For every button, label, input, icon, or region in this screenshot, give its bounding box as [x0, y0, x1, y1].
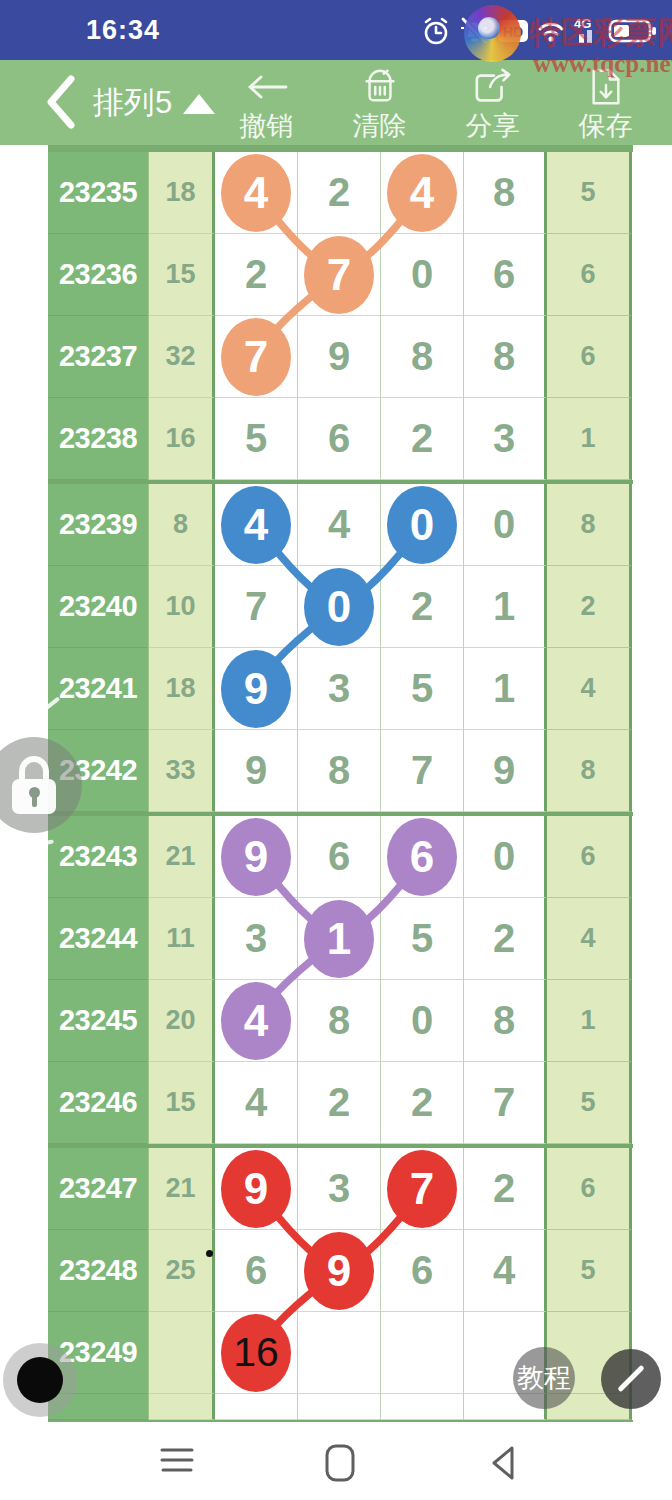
digit-value: 2 — [493, 1166, 515, 1211]
undo-label: 撤销 — [240, 108, 294, 144]
pencil-icon — [617, 1365, 645, 1393]
clock: 16:34 — [86, 15, 160, 46]
digit-cell[interactable]: 1 — [464, 648, 547, 730]
table-top-border — [48, 145, 633, 152]
digit-cell[interactable]: 0 — [464, 816, 547, 898]
digit-cell[interactable]: 7 — [381, 730, 464, 812]
period-cell: 23236 — [48, 234, 148, 316]
digit-cell[interactable]: 9 — [215, 648, 298, 730]
svg-text:4G: 4G — [574, 16, 591, 31]
svg-text:HD: HD — [503, 24, 523, 40]
battery-icon — [608, 16, 658, 46]
digit-cell[interactable]: 4 — [215, 484, 298, 566]
digit-cell[interactable] — [381, 1394, 464, 1420]
digit-value: 0 — [493, 834, 515, 879]
period-cell: 23241 — [48, 648, 148, 730]
digit-value: 9 — [327, 1246, 351, 1296]
digit-cell[interactable]: 9 — [215, 816, 298, 898]
digit-value: 6 — [493, 252, 515, 297]
tail-cell: 4 — [547, 898, 632, 980]
digit-value: 4 — [410, 168, 434, 218]
digit-cell[interactable]: 0 — [464, 484, 547, 566]
back-triangle-icon[interactable] — [487, 1444, 517, 1486]
period-cell: 23247 — [48, 1148, 148, 1230]
phone-screen: 16:34 HD 4G — [0, 0, 672, 1500]
digit-cell[interactable] — [298, 1312, 381, 1394]
digit-cell[interactable]: 4 — [464, 1230, 547, 1312]
digit-cell[interactable]: 9 — [298, 1230, 381, 1312]
digit-value: 5 — [411, 916, 433, 961]
digit-value: 7 — [410, 1164, 434, 1214]
digit-cell[interactable]: 2 — [381, 398, 464, 480]
digit-value: 1 — [493, 666, 515, 711]
sum-cell: 15 — [148, 1062, 215, 1144]
period-cell: 23248 — [48, 1230, 148, 1312]
home-square-icon[interactable] — [324, 1444, 356, 1486]
digit-cell[interactable]: 6 — [298, 398, 381, 480]
digit-cell[interactable]: 2 — [298, 152, 381, 234]
sum-cell — [148, 1394, 215, 1420]
digit-value: 6 — [328, 416, 350, 461]
digit-cell[interactable]: 8 — [381, 316, 464, 398]
table-row: 232373279886 — [48, 316, 633, 398]
digit-cell[interactable]: 4 — [215, 152, 298, 234]
digit-value: 4 — [244, 168, 268, 218]
period-cell: 23245 — [48, 980, 148, 1062]
sum-cell — [148, 1312, 215, 1394]
digit-cell[interactable]: 3 — [464, 398, 547, 480]
undo-button[interactable]: 撤销 — [210, 60, 323, 145]
digit-cell[interactable]: 8 — [298, 730, 381, 812]
alarm-icon — [421, 15, 451, 47]
digit-cell[interactable] — [215, 1394, 298, 1420]
signal-4g-icon: 4G — [573, 16, 601, 46]
sum-cell: 18 — [148, 152, 215, 234]
sum-cell: 8 — [148, 484, 215, 566]
game-title[interactable]: 排列5 — [93, 82, 172, 124]
digit-cell[interactable]: 7 — [215, 566, 298, 648]
digit-value: 0 — [493, 502, 515, 547]
digit-cell[interactable]: 0 — [381, 234, 464, 316]
table-row: 232381656231 — [48, 398, 633, 480]
status-icons: HD 4G — [421, 14, 658, 48]
period-cell: 23243 — [48, 816, 148, 898]
status-bar: 16:34 HD 4G — [0, 0, 672, 60]
table-row: 232482569645 — [48, 1230, 633, 1312]
digit-cell[interactable]: 6 — [464, 234, 547, 316]
digit-cell[interactable]: 2 — [215, 234, 298, 316]
save-button[interactable]: 保存 — [549, 60, 662, 145]
save-label: 保存 — [579, 108, 633, 144]
digit-cell[interactable]: 2 — [298, 1062, 381, 1144]
digit-value: 2 — [245, 252, 267, 297]
period-cell: 23246 — [48, 1062, 148, 1144]
digit-value: 2 — [411, 416, 433, 461]
digit-cell[interactable]: 2 — [381, 1062, 464, 1144]
table-row: 232361527066 — [48, 234, 633, 316]
table-row: 232423398798 — [48, 730, 633, 812]
share-icon — [472, 68, 514, 106]
clear-button[interactable]: 清除 — [323, 60, 436, 145]
digit-value: 3 — [328, 1166, 350, 1211]
sum-cell: 10 — [148, 566, 215, 648]
tail-cell: 6 — [547, 816, 632, 898]
table-row: 232461542275 — [48, 1062, 633, 1144]
tail-cell: 1 — [547, 398, 632, 480]
digit-value: 2 — [411, 1080, 433, 1125]
digit-cell[interactable]: 6 — [298, 816, 381, 898]
ink-dot — [206, 1250, 213, 1257]
digit-value: 7 — [327, 250, 351, 300]
digit-value: 3 — [493, 416, 515, 461]
digit-cell[interactable]: 8 — [464, 152, 547, 234]
digit-value: 1 — [327, 914, 351, 964]
digit-value: 3 — [328, 666, 350, 711]
sum-cell: 15 — [148, 234, 215, 316]
digit-cell[interactable]: 7 — [464, 1062, 547, 1144]
digit-cell[interactable]: 2 — [464, 898, 547, 980]
table-row: 232432196606 — [48, 816, 633, 898]
digit-cell[interactable]: 9 — [215, 730, 298, 812]
digit-value: 16 — [233, 1329, 279, 1376]
clear-label: 清除 — [353, 108, 407, 144]
digit-cell[interactable]: 4 — [215, 980, 298, 1062]
tail-cell: 6 — [547, 316, 632, 398]
sum-cell: 16 — [148, 398, 215, 480]
digit-cell[interactable]: 0 — [298, 566, 381, 648]
table-row: 23239844008 — [48, 484, 633, 566]
menu-icon[interactable] — [159, 1444, 195, 1480]
digit-value: 8 — [328, 748, 350, 793]
digit-value: 2 — [328, 1080, 350, 1125]
tail-cell: 6 — [547, 1148, 632, 1230]
digit-value: 6 — [410, 832, 434, 882]
digit-value: 4 — [245, 1080, 267, 1125]
sum-cell: 21 — [148, 1148, 215, 1230]
digit-cell[interactable] — [381, 1312, 464, 1394]
trend-table: 2323518424852323615270662323732798862323… — [48, 145, 633, 1422]
digit-cell[interactable]: 8 — [298, 980, 381, 1062]
tail-cell: 5 — [547, 1062, 632, 1144]
period-cell: 23239 — [48, 484, 148, 566]
back-button[interactable] — [44, 74, 78, 130]
table-row: 232401070212 — [48, 566, 633, 648]
table-row: 232441131524 — [48, 898, 633, 980]
table-row: 232411893514 — [48, 648, 633, 730]
digit-value: 4 — [244, 500, 268, 550]
table-row: 232452048081 — [48, 980, 633, 1062]
digit-value: 8 — [493, 998, 515, 1043]
digit-cell[interactable]: 3 — [298, 648, 381, 730]
digit-value: 4 — [493, 1248, 515, 1293]
digit-cell[interactable]: 0 — [381, 980, 464, 1062]
digit-cell[interactable]: 0 — [381, 484, 464, 566]
digit-cell[interactable]: 4 — [298, 484, 381, 566]
digit-value: 0 — [411, 998, 433, 1043]
period-cell: 23235 — [48, 152, 148, 234]
digit-value: 2 — [411, 584, 433, 629]
sum-cell: 11 — [148, 898, 215, 980]
digit-value: 5 — [245, 416, 267, 461]
digit-cell[interactable]: 4 — [215, 1062, 298, 1144]
digit-cell[interactable]: 5 — [381, 898, 464, 980]
sum-cell: 21 — [148, 816, 215, 898]
digit-cell[interactable]: 1 — [464, 566, 547, 648]
digit-value: 6 — [328, 834, 350, 879]
digit-cell[interactable]: 8 — [464, 316, 547, 398]
digit-cell[interactable]: 5 — [381, 648, 464, 730]
digit-cell[interactable]: 9 — [215, 1148, 298, 1230]
draw-pencil-button[interactable] — [601, 1349, 661, 1409]
digit-value: 0 — [327, 582, 351, 632]
sum-cell: 33 — [148, 730, 215, 812]
digit-value: 4 — [244, 996, 268, 1046]
tail-cell: 5 — [547, 152, 632, 234]
digit-value: 8 — [493, 334, 515, 379]
digit-value: 3 — [245, 916, 267, 961]
digit-cell[interactable]: 7 — [298, 234, 381, 316]
digit-cell[interactable]: 7 — [215, 316, 298, 398]
tail-cell: 1 — [547, 980, 632, 1062]
digit-value: 9 — [328, 334, 350, 379]
digit-value: 9 — [493, 748, 515, 793]
digit-cell[interactable]: 2 — [464, 1148, 547, 1230]
digit-value: 5 — [411, 666, 433, 711]
digit-value: 0 — [411, 252, 433, 297]
digit-cell[interactable]: 3 — [215, 898, 298, 980]
wifi-icon — [536, 18, 566, 44]
digit-value: 7 — [245, 584, 267, 629]
digit-cell[interactable]: 9 — [464, 730, 547, 812]
undo-arrow-icon — [244, 68, 290, 106]
digit-value: 7 — [244, 332, 268, 382]
digit-cell[interactable]: 9 — [298, 316, 381, 398]
digit-value: 9 — [244, 664, 268, 714]
digit-cell[interactable]: 1 — [298, 898, 381, 980]
digit-value: 9 — [244, 832, 268, 882]
sum-cell: 25 — [148, 1230, 215, 1312]
android-nav-bar — [0, 1422, 672, 1500]
tail-cell: 5 — [547, 1230, 632, 1312]
tail-cell: 6 — [547, 234, 632, 316]
toolbar-buttons: 撤销 清除 分享 — [210, 60, 663, 145]
digit-value: 6 — [245, 1248, 267, 1293]
digit-cell[interactable]: 7 — [381, 1148, 464, 1230]
sum-cell: 32 — [148, 316, 215, 398]
share-label: 分享 — [466, 108, 520, 144]
tail-cell: 8 — [547, 730, 632, 812]
tail-cell: 4 — [547, 648, 632, 730]
hd-icon: HD — [497, 18, 529, 44]
digit-value: 0 — [410, 500, 434, 550]
digit-cell[interactable]: 5 — [215, 398, 298, 480]
digit-value: 8 — [411, 334, 433, 379]
sum-cell: 18 — [148, 648, 215, 730]
table-row: 232351842485 — [48, 152, 633, 234]
digit-value: 2 — [493, 916, 515, 961]
digit-value: 9 — [245, 748, 267, 793]
digit-value: 8 — [328, 998, 350, 1043]
toolbar: 排列5 撤销 清除 — [0, 60, 672, 145]
digit-value: 7 — [411, 748, 433, 793]
tail-cell: 2 — [547, 566, 632, 648]
digit-cell[interactable]: 6 — [215, 1230, 298, 1312]
digit-value: 4 — [328, 502, 350, 547]
period-cell: 23238 — [48, 398, 148, 480]
digit-cell[interactable]: 6 — [381, 816, 464, 898]
digit-cell[interactable] — [298, 1394, 381, 1420]
digit-cell[interactable]: 16 — [215, 1312, 298, 1394]
tutorial-button[interactable]: 教程 — [513, 1347, 575, 1409]
digit-value: 7 — [493, 1080, 515, 1125]
pen-color-button[interactable] — [3, 1343, 77, 1417]
digit-value: 8 — [493, 170, 515, 215]
period-cell: 23240 — [48, 566, 148, 648]
digit-value: 2 — [328, 170, 350, 215]
digit-value: 9 — [244, 1164, 268, 1214]
share-button[interactable]: 分享 — [436, 60, 549, 145]
tail-cell: 8 — [547, 484, 632, 566]
black-color-swatch — [17, 1357, 63, 1403]
mute-icon — [458, 15, 490, 47]
digit-value: 6 — [411, 1248, 433, 1293]
digit-cell[interactable]: 8 — [464, 980, 547, 1062]
sum-cell: 20 — [148, 980, 215, 1062]
digit-cell[interactable]: 6 — [381, 1230, 464, 1312]
save-file-icon — [588, 68, 624, 106]
period-cell: 23237 — [48, 316, 148, 398]
digit-cell[interactable]: 2 — [381, 566, 464, 648]
digit-cell[interactable]: 3 — [298, 1148, 381, 1230]
table-row: 232472193726 — [48, 1148, 633, 1230]
trash-icon — [360, 68, 400, 106]
digit-cell[interactable]: 4 — [381, 152, 464, 234]
digit-value: 1 — [493, 584, 515, 629]
period-cell: 23244 — [48, 898, 148, 980]
